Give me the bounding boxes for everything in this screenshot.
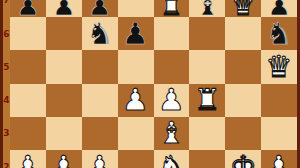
square-a6[interactable] xyxy=(10,17,46,50)
white-pawn-c2[interactable]: ♟ xyxy=(82,150,118,168)
square-c6[interactable]: ♞ xyxy=(82,17,118,50)
rank-label-4: 4 xyxy=(3,96,10,105)
square-c4[interactable] xyxy=(82,84,118,117)
square-g7[interactable]: ♛ xyxy=(225,0,261,17)
board-left-edge xyxy=(0,0,3,168)
black-knight-h6[interactable]: ♞ xyxy=(261,17,297,50)
black-pawn-b7[interactable]: ♟ xyxy=(46,0,82,19)
square-c5[interactable] xyxy=(82,50,118,83)
black-pawn-c7[interactable]: ♟ xyxy=(82,0,118,19)
square-h2[interactable]: ♟ xyxy=(261,150,297,168)
square-d7[interactable] xyxy=(118,0,154,17)
square-d4[interactable]: ♟ xyxy=(118,84,154,117)
white-pawn-d4[interactable]: ♟ xyxy=(118,84,154,117)
square-d3[interactable] xyxy=(118,117,154,150)
square-h4[interactable] xyxy=(261,84,297,117)
white-bishop-e3[interactable]: ♝ xyxy=(154,117,190,150)
square-h6[interactable]: ♞ xyxy=(261,17,297,50)
white-pawn-h2[interactable]: ♟ xyxy=(261,150,297,168)
rank-label-7: 7 xyxy=(3,0,10,5)
square-f4[interactable]: ♜ xyxy=(189,84,225,117)
square-e7[interactable]: ♜ xyxy=(154,0,190,17)
rank-label-2: 2 xyxy=(3,162,10,168)
square-f2[interactable] xyxy=(189,150,225,168)
square-c2[interactable]: ♟ xyxy=(82,150,118,168)
black-bishop-f7[interactable]: ♝ xyxy=(189,0,225,19)
square-c7[interactable]: ♟ xyxy=(82,0,118,17)
white-queen-h5[interactable]: ♛ xyxy=(261,50,297,83)
square-d6[interactable]: ♟ xyxy=(118,17,154,50)
square-a5[interactable] xyxy=(10,50,46,83)
white-pawn-b2[interactable]: ♟ xyxy=(46,150,82,168)
square-b4[interactable] xyxy=(46,84,82,117)
white-king-g2[interactable]: ♚ xyxy=(225,150,261,168)
square-a2[interactable]: ♟ xyxy=(10,150,46,168)
board-right-edge xyxy=(297,0,300,168)
square-d2[interactable] xyxy=(118,150,154,168)
square-h5[interactable]: ♛ xyxy=(261,50,297,83)
square-d5[interactable] xyxy=(118,50,154,83)
square-h7[interactable]: ♟ xyxy=(261,0,297,17)
white-rook-e7[interactable]: ♜ xyxy=(154,0,190,19)
square-f6[interactable] xyxy=(189,17,225,50)
square-e4[interactable]: ♟ xyxy=(154,84,190,117)
square-e6[interactable] xyxy=(154,17,190,50)
square-b5[interactable] xyxy=(46,50,82,83)
white-pawn-a2[interactable]: ♟ xyxy=(10,150,46,168)
white-knight-e2[interactable]: ♞ xyxy=(154,150,190,168)
rank-label-6: 6 xyxy=(3,29,10,38)
white-pawn-e4[interactable]: ♟ xyxy=(154,84,190,117)
square-h3[interactable] xyxy=(261,117,297,150)
square-e5[interactable] xyxy=(154,50,190,83)
square-b7[interactable]: ♟ xyxy=(46,0,82,17)
square-b6[interactable] xyxy=(46,17,82,50)
black-pawn-d6[interactable]: ♟ xyxy=(118,17,154,50)
square-a3[interactable] xyxy=(10,117,46,150)
black-pawn-a7[interactable]: ♟ xyxy=(10,0,46,19)
square-g3[interactable] xyxy=(225,117,261,150)
rank-label-5: 5 xyxy=(3,62,10,71)
white-rook-f4[interactable]: ♜ xyxy=(189,84,225,117)
square-f3[interactable] xyxy=(189,117,225,150)
white-queen-g7[interactable]: ♛ xyxy=(225,0,261,19)
chess-board-screenshot: ♟♟♟♜♝♛♟♞♟♞♛♟♟♜♝♟♟♟♞♚♟ 765432 xyxy=(0,0,300,168)
black-knight-c6[interactable]: ♞ xyxy=(82,17,118,50)
square-a4[interactable] xyxy=(10,84,46,117)
square-g2[interactable]: ♚ xyxy=(225,150,261,168)
square-b3[interactable] xyxy=(46,117,82,150)
square-a7[interactable]: ♟ xyxy=(10,0,46,17)
square-g5[interactable] xyxy=(225,50,261,83)
rank-label-3: 3 xyxy=(3,129,10,138)
black-pawn-h7[interactable]: ♟ xyxy=(261,0,297,19)
square-b2[interactable]: ♟ xyxy=(46,150,82,168)
square-g6[interactable] xyxy=(225,17,261,50)
square-f5[interactable] xyxy=(189,50,225,83)
square-g4[interactable] xyxy=(225,84,261,117)
square-e3[interactable]: ♝ xyxy=(154,117,190,150)
square-e2[interactable]: ♞ xyxy=(154,150,190,168)
square-c3[interactable] xyxy=(82,117,118,150)
square-f7[interactable]: ♝ xyxy=(189,0,225,17)
